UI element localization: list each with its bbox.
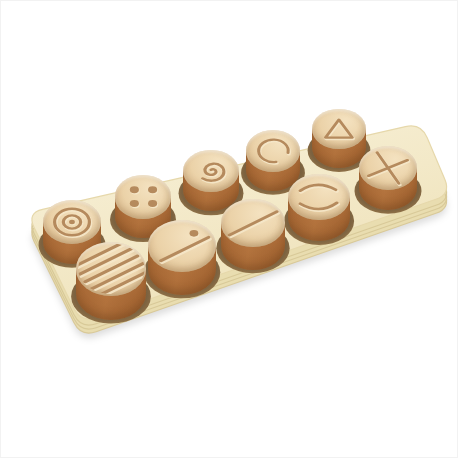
four-dots-engraving bbox=[115, 175, 172, 218]
two-arcs-engraving bbox=[288, 174, 349, 220]
piece-top-face bbox=[221, 199, 285, 248]
piece-top-face bbox=[359, 146, 417, 190]
piece-diagonal-line[interactable] bbox=[221, 199, 285, 270]
piece-top-face bbox=[183, 150, 239, 192]
piece-top-face bbox=[76, 242, 147, 296]
diagonal-line-engraving bbox=[221, 199, 285, 248]
product-photo-stage bbox=[0, 0, 458, 458]
concentric-rings-engraving bbox=[43, 200, 101, 244]
piece-top-face bbox=[43, 200, 101, 244]
piece-line-with-dot[interactable] bbox=[148, 220, 216, 295]
piece-cross[interactable] bbox=[359, 146, 417, 210]
piece-top-face bbox=[288, 174, 349, 220]
piece-diagonal-stripes[interactable] bbox=[76, 242, 147, 320]
piece-top-face bbox=[148, 220, 216, 271]
line-with-dot-engraving bbox=[148, 220, 216, 271]
piece-top-face bbox=[312, 109, 366, 150]
cross-engraving bbox=[359, 146, 417, 190]
diagonal-stripes-engraving bbox=[76, 242, 147, 296]
triangle-engraving bbox=[312, 109, 366, 150]
piece-top-face bbox=[115, 175, 172, 218]
piece-two-arcs[interactable] bbox=[288, 174, 349, 242]
piece-top-face bbox=[246, 130, 301, 172]
open-circle-engraving bbox=[246, 130, 301, 172]
piece-triangle[interactable] bbox=[312, 109, 366, 168]
spiral-engraving bbox=[183, 150, 239, 192]
